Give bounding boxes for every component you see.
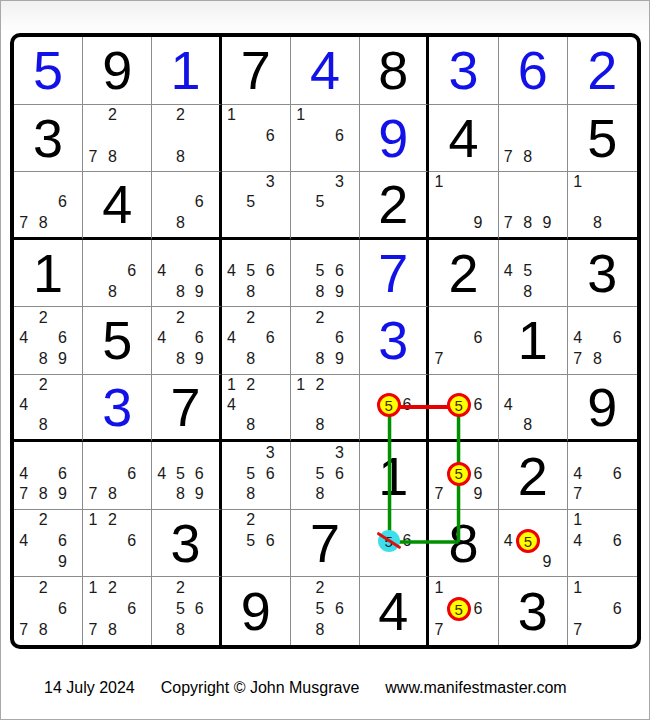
solved-digit: 1 — [152, 37, 218, 104]
candidate-3: 3 — [260, 442, 279, 463]
candidate-2: 2 — [241, 375, 260, 395]
cell-r5c6[interactable]: 3 — [360, 307, 429, 375]
candidate-4: 4 — [222, 328, 241, 349]
candidate-8: 8 — [310, 281, 329, 302]
cell-r7c8[interactable]: 2 — [499, 442, 568, 510]
candidate-5: 5 — [310, 261, 329, 282]
pencil-marks: 2469 — [14, 510, 72, 573]
pencil-marks: 678 — [14, 172, 72, 233]
candidate-9: 9 — [537, 212, 556, 232]
cell-r3c5[interactable]: 35 — [291, 172, 360, 240]
cell-r1c7[interactable]: 3 — [429, 37, 498, 105]
cell-r8c3[interactable]: 3 — [152, 510, 221, 578]
cell-r4c2[interactable]: 68 — [83, 240, 152, 308]
pencil-marks: 278 — [83, 105, 141, 168]
pencil-marks: 2568 — [291, 577, 349, 641]
candidate-4: 4 — [499, 395, 518, 415]
pencil-marks: 35 — [291, 172, 349, 233]
cell-r7c7[interactable]: 6795 — [429, 442, 498, 510]
cell-r4c9[interactable]: 3 — [568, 240, 637, 308]
candidate-9: 9 — [53, 349, 72, 370]
candidate-9: 9 — [53, 552, 72, 573]
cell-r8c6[interactable]: 65 — [360, 510, 429, 578]
pencil-marks: 1248 — [222, 375, 280, 436]
candidate-4: 4 — [568, 463, 588, 484]
candidate-1: 1 — [291, 105, 310, 126]
cell-r5c7[interactable]: 67 — [429, 307, 498, 375]
candidate-7: 7 — [568, 484, 588, 505]
given-digit: 5 — [568, 105, 637, 172]
candidate-5: 5 — [241, 463, 260, 484]
candidate-9: 9 — [190, 349, 209, 370]
cell-r3c3[interactable]: 68 — [152, 172, 221, 240]
cell-r2c1[interactable]: 3 — [14, 105, 83, 173]
candidate-2: 2 — [310, 307, 329, 328]
candidate-2: 2 — [103, 105, 122, 126]
candidate-8: 8 — [33, 620, 52, 641]
pencil-marks: 16 — [291, 105, 349, 168]
candidate-8: 8 — [103, 620, 122, 641]
candidate-4: 4 — [568, 531, 588, 552]
candidate-2: 2 — [171, 105, 190, 126]
candidate-8: 8 — [588, 212, 608, 232]
candidate-5: 5 — [171, 463, 190, 484]
solved-digit: 3 — [360, 307, 426, 374]
cell-r8c4[interactable]: 256 — [222, 510, 291, 578]
cell-r9c9[interactable]: 167 — [568, 577, 637, 645]
given-digit: 4 — [83, 172, 151, 237]
cell-r6c5[interactable]: 128 — [291, 375, 360, 443]
cell-r6c2[interactable]: 3 — [83, 375, 152, 443]
candidate-2: 2 — [171, 307, 190, 328]
cell-r8c8[interactable]: 495 — [499, 510, 568, 578]
cell-r4c1[interactable]: 1 — [14, 240, 83, 308]
pencil-marks: 2689 — [291, 307, 349, 370]
pencil-marks: 48 — [499, 375, 557, 436]
candidate-2: 2 — [33, 577, 52, 598]
footer-website: www.manifestmaster.com — [385, 679, 566, 697]
candidate-9: 9 — [330, 349, 349, 370]
candidate-6: 6 — [53, 463, 72, 484]
cell-r9c2[interactable]: 12678 — [83, 577, 152, 645]
candidate-6: 6 — [468, 463, 487, 484]
given-digit: 5 — [83, 307, 151, 374]
candidate-6: 6 — [260, 125, 279, 146]
cell-r3c9[interactable]: 18 — [568, 172, 637, 240]
candidate-4: 4 — [222, 395, 241, 415]
cell-r8c5[interactable]: 7 — [291, 510, 360, 578]
pencil-marks: 458 — [499, 240, 557, 303]
candidate-1: 1 — [222, 375, 241, 395]
given-digit: 3 — [152, 510, 218, 577]
candidate-2: 2 — [241, 307, 260, 328]
pencil-marks: 35 — [222, 172, 280, 233]
cell-r5c2[interactable]: 5 — [83, 307, 152, 375]
cell-r8c7[interactable]: 8 — [429, 510, 498, 578]
candidate-8: 8 — [171, 281, 190, 302]
candidate-8: 8 — [310, 415, 329, 435]
pencil-marks: 2568 — [152, 577, 208, 641]
candidate-8: 8 — [241, 484, 260, 505]
candidate-6: 6 — [330, 328, 349, 349]
candidate-8: 8 — [241, 281, 260, 302]
cell-r1c8[interactable]: 6 — [499, 37, 568, 105]
candidate-6: 6 — [260, 261, 279, 282]
solved-digit: 4 — [291, 37, 359, 104]
pencil-marks: 256 — [222, 510, 280, 573]
solved-digit: 2 — [568, 37, 637, 104]
candidate-6: 6 — [53, 192, 72, 212]
pencil-marks: 67 — [429, 307, 487, 370]
cell-r4c8[interactable]: 458 — [499, 240, 568, 308]
circled-candidate-5: 5 — [447, 393, 471, 417]
cell-r7c1[interactable]: 46789 — [14, 442, 83, 510]
candidate-9: 9 — [53, 484, 72, 505]
candidate-8: 8 — [241, 349, 260, 370]
cell-r2c7[interactable]: 4 — [429, 105, 498, 173]
candidate-6: 6 — [53, 599, 72, 620]
candidate-5: 5 — [241, 192, 260, 212]
given-digit: 8 — [360, 37, 426, 104]
cell-r9c3[interactable]: 2568 — [152, 577, 221, 645]
cell-r1c5[interactable]: 4 — [291, 37, 360, 105]
candidate-1: 1 — [222, 105, 241, 126]
candidate-8: 8 — [171, 484, 190, 505]
candidate-9: 9 — [468, 212, 487, 232]
candidate-6: 6 — [260, 328, 279, 349]
candidate-7: 7 — [83, 146, 102, 167]
cell-r1c3[interactable]: 1 — [152, 37, 221, 105]
cell-r6c1[interactable]: 248 — [14, 375, 83, 443]
cell-r6c8[interactable]: 48 — [499, 375, 568, 443]
cell-r6c9[interactable]: 9 — [568, 375, 637, 443]
candidate-9: 9 — [330, 281, 349, 302]
cell-r7c5[interactable]: 3568 — [291, 442, 360, 510]
cell-r3c6[interactable]: 2 — [360, 172, 429, 240]
pencil-marks: 5689 — [291, 240, 349, 303]
candidate-7: 7 — [568, 620, 588, 641]
candidate-6: 6 — [607, 599, 627, 620]
pencil-marks: 167 — [568, 577, 627, 641]
cell-r2c9[interactable]: 5 — [568, 105, 637, 173]
pencil-marks: 24689 — [14, 307, 72, 370]
candidate-8: 8 — [588, 349, 608, 370]
cell-r8c9[interactable]: 146 — [568, 510, 637, 578]
solved-digit: 9 — [360, 105, 426, 172]
cell-r5c3[interactable]: 24689 — [152, 307, 221, 375]
given-digit: 3 — [14, 105, 82, 172]
candidate-6: 6 — [190, 463, 209, 484]
candidate-6: 6 — [122, 531, 141, 552]
candidate-4: 4 — [14, 395, 33, 415]
candidate-4: 4 — [14, 531, 33, 552]
cell-r2c5[interactable]: 16 — [291, 105, 360, 173]
cell-r1c4[interactable]: 7 — [222, 37, 291, 105]
cell-r6c6[interactable]: 65 — [360, 375, 429, 443]
candidate-2: 2 — [33, 307, 52, 328]
cell-r9c8[interactable]: 3 — [499, 577, 568, 645]
given-digit: 1 — [499, 307, 567, 374]
candidate-6: 6 — [122, 599, 141, 620]
pencil-marks: 46789 — [14, 442, 72, 505]
candidate-7: 7 — [14, 212, 33, 232]
pencil-marks: 18 — [568, 172, 627, 233]
candidate-8: 8 — [33, 484, 52, 505]
given-digit: 1 — [360, 442, 426, 509]
circled-candidate-5: 5 — [447, 597, 471, 621]
candidate-8: 8 — [310, 620, 329, 641]
pencil-marks: 126 — [83, 510, 141, 573]
candidate-8: 8 — [103, 146, 122, 167]
candidate-8: 8 — [518, 146, 537, 167]
solved-digit: 5 — [14, 37, 82, 104]
candidate-7: 7 — [83, 620, 102, 641]
cell-r5c4[interactable]: 2468 — [222, 307, 291, 375]
circled-candidate-5: 5 — [516, 529, 540, 553]
given-digit: 7 — [291, 510, 359, 577]
candidate-1: 1 — [429, 577, 448, 598]
candidate-2: 2 — [103, 510, 122, 531]
pencil-marks: 3568 — [222, 442, 280, 505]
solved-digit: 6 — [499, 37, 567, 104]
pencil-marks: 19 — [429, 172, 487, 233]
candidate-7: 7 — [499, 212, 518, 232]
candidate-8: 8 — [103, 484, 122, 505]
candidate-5: 5 — [171, 599, 190, 620]
cell-r1c6[interactable]: 8 — [360, 37, 429, 105]
cell-r7c9[interactable]: 467 — [568, 442, 637, 510]
pencil-marks: 146 — [568, 510, 627, 573]
candidate-7: 7 — [568, 349, 588, 370]
given-digit: 3 — [499, 577, 567, 645]
cell-r9c1[interactable]: 2678 — [14, 577, 83, 645]
cell-r9c7[interactable]: 1675 — [429, 577, 498, 645]
candidate-6: 6 — [468, 328, 487, 349]
pencil-marks: 12678 — [83, 577, 141, 641]
pencil-marks: 678 — [83, 442, 141, 505]
cell-r2c3[interactable]: 28 — [152, 105, 221, 173]
pencil-marks: 248 — [14, 375, 72, 436]
given-digit: 8 — [429, 510, 497, 577]
title-bar — [1, 1, 649, 30]
cell-r5c8[interactable]: 1 — [499, 307, 568, 375]
cell-r8c1[interactable]: 2469 — [14, 510, 83, 578]
footer-date: 14 July 2024 — [44, 679, 135, 697]
cell-r7c4[interactable]: 3568 — [222, 442, 291, 510]
candidate-8: 8 — [518, 415, 537, 435]
candidate-5: 5 — [310, 599, 329, 620]
candidate-6: 6 — [330, 125, 349, 146]
cell-r7c3[interactable]: 45689 — [152, 442, 221, 510]
cell-r3c8[interactable]: 789 — [499, 172, 568, 240]
candidate-5: 5 — [241, 531, 260, 552]
pencil-marks: 24689 — [152, 307, 208, 370]
candidate-8: 8 — [310, 484, 329, 505]
candidate-6: 6 — [122, 261, 141, 282]
candidate-1: 1 — [83, 577, 102, 598]
candidate-6: 6 — [190, 261, 209, 282]
pencil-marks: 68 — [83, 240, 141, 303]
given-digit: 3 — [568, 240, 637, 307]
pencil-marks: 789 — [499, 172, 557, 233]
candidate-8: 8 — [33, 415, 52, 435]
candidate-3: 3 — [260, 172, 279, 192]
candidate-4: 4 — [14, 463, 33, 484]
candidate-6: 6 — [468, 395, 487, 415]
candidate-9: 9 — [190, 281, 209, 302]
cell-r4c6[interactable]: 7 — [360, 240, 429, 308]
given-digit: 9 — [568, 375, 637, 440]
candidate-2: 2 — [241, 510, 260, 531]
candidate-2: 2 — [103, 577, 122, 598]
candidate-4: 4 — [152, 261, 171, 282]
candidate-2: 2 — [33, 510, 52, 531]
cell-r3c2[interactable]: 4 — [83, 172, 152, 240]
candidate-1: 1 — [568, 577, 588, 598]
candidate-8: 8 — [171, 212, 190, 232]
given-digit: 2 — [429, 240, 497, 307]
sudoku-window: 5917483623278281616947856784683535219789… — [0, 0, 650, 720]
given-digit: 2 — [360, 172, 426, 237]
given-digit: 7 — [222, 37, 290, 104]
candidate-4: 4 — [152, 463, 171, 484]
board[interactable]: 5917483623278281616947856784683535219789… — [10, 33, 641, 649]
candidate-4: 4 — [568, 328, 588, 349]
candidate-6: 6 — [330, 463, 349, 484]
cell-r6c7[interactable]: 65 — [429, 375, 498, 443]
candidate-2: 2 — [310, 375, 329, 395]
cell-r4c4[interactable]: 4568 — [222, 240, 291, 308]
candidate-6: 6 — [260, 463, 279, 484]
candidate-7: 7 — [499, 146, 518, 167]
candidate-5: 5 — [310, 192, 329, 212]
pencil-marks: 467 — [568, 442, 627, 505]
cell-r3c1[interactable]: 678 — [14, 172, 83, 240]
candidate-6: 6 — [53, 531, 72, 552]
candidate-8: 8 — [310, 349, 329, 370]
cell-r5c1[interactable]: 24689 — [14, 307, 83, 375]
candidate-6: 6 — [53, 328, 72, 349]
candidate-6: 6 — [330, 261, 349, 282]
candidate-4: 4 — [152, 328, 171, 349]
candidate-7: 7 — [429, 349, 448, 370]
candidate-1: 1 — [568, 172, 588, 192]
candidate-9: 9 — [190, 484, 209, 505]
candidate-2: 2 — [33, 375, 52, 395]
candidate-6: 6 — [190, 192, 209, 212]
candidate-7: 7 — [14, 484, 33, 505]
candidate-6: 6 — [330, 599, 349, 620]
candidate-6: 6 — [468, 599, 487, 620]
pencil-marks: 4689 — [152, 240, 208, 303]
candidate-9: 9 — [468, 484, 487, 505]
candidate-7: 7 — [14, 620, 33, 641]
cell-r9c4[interactable]: 9 — [222, 577, 291, 645]
candidate-6: 6 — [260, 531, 279, 552]
candidate-8: 8 — [171, 146, 190, 167]
candidate-6: 6 — [607, 463, 627, 484]
candidate-8: 8 — [171, 349, 190, 370]
candidate-8: 8 — [103, 281, 122, 302]
cell-r1c9[interactable]: 2 — [568, 37, 637, 105]
cell-r2c6[interactable]: 9 — [360, 105, 429, 173]
cell-r5c9[interactable]: 4678 — [568, 307, 637, 375]
candidate-7: 7 — [429, 620, 448, 641]
candidate-4: 4 — [14, 328, 33, 349]
cell-r7c2[interactable]: 678 — [83, 442, 152, 510]
cell-r4c3[interactable]: 4689 — [152, 240, 221, 308]
footer-copyright: Copyright © John Musgrave — [161, 679, 360, 697]
pencil-marks: 2468 — [222, 307, 280, 370]
candidate-8: 8 — [33, 349, 52, 370]
cell-r7c6[interactable]: 1 — [360, 442, 429, 510]
pencil-marks: 68 — [152, 172, 208, 233]
pencil-marks: 78 — [499, 105, 557, 168]
pencil-marks: 128 — [291, 375, 349, 436]
cell-r9c6[interactable]: 4 — [360, 577, 429, 645]
candidate-4: 4 — [222, 261, 241, 282]
cell-r6c3[interactable]: 7 — [152, 375, 221, 443]
cell-r4c5[interactable]: 5689 — [291, 240, 360, 308]
given-digit: 1 — [14, 240, 82, 307]
given-digit: 9 — [222, 577, 290, 645]
cell-r1c2[interactable]: 9 — [83, 37, 152, 105]
candidate-8: 8 — [241, 415, 260, 435]
eliminated-candidate-5: 5 — [378, 530, 400, 552]
candidate-1: 1 — [429, 172, 448, 192]
cell-r9c5[interactable]: 2568 — [291, 577, 360, 645]
pencil-marks: 45689 — [152, 442, 208, 505]
pencil-marks: 2678 — [14, 577, 72, 641]
pencil-marks: 28 — [152, 105, 208, 168]
cell-r2c8[interactable]: 78 — [499, 105, 568, 173]
pencil-marks: 16 — [222, 105, 280, 168]
candidate-5: 5 — [310, 463, 329, 484]
candidate-7: 7 — [83, 484, 102, 505]
given-digit: 7 — [152, 375, 218, 440]
candidate-1: 1 — [568, 510, 588, 531]
cell-r3c7[interactable]: 19 — [429, 172, 498, 240]
cell-r5c5[interactable]: 2689 — [291, 307, 360, 375]
cell-r2c2[interactable]: 278 — [83, 105, 152, 173]
cell-r6c4[interactable]: 1248 — [222, 375, 291, 443]
solved-digit: 7 — [360, 240, 426, 307]
given-digit: 4 — [429, 105, 497, 172]
candidate-8: 8 — [518, 281, 537, 302]
given-digit: 9 — [83, 37, 151, 104]
pencil-marks: 4568 — [222, 240, 280, 303]
candidate-2: 2 — [171, 577, 190, 598]
cell-r1c1[interactable]: 5 — [14, 37, 83, 105]
candidate-6: 6 — [122, 463, 141, 484]
given-digit: 2 — [499, 442, 567, 509]
candidate-6: 6 — [607, 328, 627, 349]
given-digit: 4 — [360, 577, 426, 645]
pencil-marks: 4678 — [568, 307, 627, 370]
candidate-3: 3 — [330, 442, 349, 463]
cell-r4c7[interactable]: 2 — [429, 240, 498, 308]
candidate-1: 1 — [83, 510, 102, 531]
candidate-5: 5 — [241, 261, 260, 282]
cell-r2c4[interactable]: 16 — [222, 105, 291, 173]
candidate-1: 1 — [291, 375, 310, 395]
cell-r3c4[interactable]: 35 — [222, 172, 291, 240]
candidate-6: 6 — [607, 531, 627, 552]
footer: 14 July 2024 Copyright © John Musgrave w… — [44, 679, 567, 697]
cell-r8c2[interactable]: 126 — [83, 510, 152, 578]
candidate-6: 6 — [190, 328, 209, 349]
candidate-2: 2 — [310, 577, 329, 598]
